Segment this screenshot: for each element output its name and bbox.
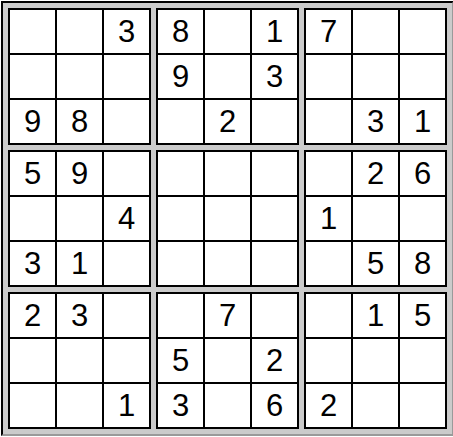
cell-r3c2: 8 xyxy=(57,100,102,143)
sudoku-board: 39881932731594312615823175236152 xyxy=(1,1,453,436)
box-1-3: 731 xyxy=(304,8,447,145)
cell-r5c5[interactable] xyxy=(205,197,250,240)
cell-r8c2[interactable] xyxy=(57,339,102,382)
cell-r3c3[interactable] xyxy=(104,100,149,143)
cell-r8c9[interactable] xyxy=(400,339,445,382)
cell-r8c6: 2 xyxy=(252,339,297,382)
cell-r5c3: 4 xyxy=(104,197,149,240)
cell-r7c3[interactable] xyxy=(104,294,149,337)
cell-r6c9: 8 xyxy=(400,242,445,285)
cell-r3c1: 9 xyxy=(10,100,55,143)
cell-r3c7[interactable] xyxy=(306,100,351,143)
cell-r5c6[interactable] xyxy=(252,197,297,240)
cell-r4c5[interactable] xyxy=(205,152,250,195)
cell-r4c7[interactable] xyxy=(306,152,351,195)
cell-r6c2: 1 xyxy=(57,242,102,285)
cell-r8c1[interactable] xyxy=(10,339,55,382)
sudoku-board-frame: 39881932731594312615823175236152 xyxy=(1,1,453,436)
cell-r1c5[interactable] xyxy=(205,10,250,53)
cell-r9c3: 1 xyxy=(104,384,149,427)
cell-r5c2[interactable] xyxy=(57,197,102,240)
cell-r9c5[interactable] xyxy=(205,384,250,427)
box-1-1: 398 xyxy=(8,8,151,145)
cell-r1c1[interactable] xyxy=(10,10,55,53)
cell-r3c6[interactable] xyxy=(252,100,297,143)
box-2-2 xyxy=(156,150,299,287)
cell-r9c8[interactable] xyxy=(353,384,398,427)
cell-r2c9[interactable] xyxy=(400,55,445,98)
box-3-2: 75236 xyxy=(156,292,299,429)
cell-r8c7[interactable] xyxy=(306,339,351,382)
cell-r8c8[interactable] xyxy=(353,339,398,382)
cell-r5c8[interactable] xyxy=(353,197,398,240)
cell-r9c4: 3 xyxy=(158,384,203,427)
cell-r1c2[interactable] xyxy=(57,10,102,53)
cell-r3c4[interactable] xyxy=(158,100,203,143)
cell-r2c5[interactable] xyxy=(205,55,250,98)
cell-r5c4[interactable] xyxy=(158,197,203,240)
cell-r5c1[interactable] xyxy=(10,197,55,240)
cell-r2c3[interactable] xyxy=(104,55,149,98)
cell-r9c2[interactable] xyxy=(57,384,102,427)
box-2-3: 26158 xyxy=(304,150,447,287)
cell-r2c8[interactable] xyxy=(353,55,398,98)
cell-r4c9: 6 xyxy=(400,152,445,195)
cell-r6c8: 5 xyxy=(353,242,398,285)
cell-r3c5: 2 xyxy=(205,100,250,143)
cell-r4c2: 9 xyxy=(57,152,102,195)
cell-r4c1: 5 xyxy=(10,152,55,195)
box-3-1: 231 xyxy=(8,292,151,429)
cell-r6c4[interactable] xyxy=(158,242,203,285)
cell-r2c6: 3 xyxy=(252,55,297,98)
box-3-3: 152 xyxy=(304,292,447,429)
cell-r7c5: 7 xyxy=(205,294,250,337)
cell-r8c4: 5 xyxy=(158,339,203,382)
cell-r3c8: 3 xyxy=(353,100,398,143)
cell-r9c1[interactable] xyxy=(10,384,55,427)
cell-r6c3[interactable] xyxy=(104,242,149,285)
cell-r4c8: 2 xyxy=(353,152,398,195)
cell-r7c7[interactable] xyxy=(306,294,351,337)
cell-r7c4[interactable] xyxy=(158,294,203,337)
box-2-1: 59431 xyxy=(8,150,151,287)
cell-r7c8: 1 xyxy=(353,294,398,337)
cell-r1c3: 3 xyxy=(104,10,149,53)
cell-r4c6[interactable] xyxy=(252,152,297,195)
cell-r6c1: 3 xyxy=(10,242,55,285)
cell-r1c9[interactable] xyxy=(400,10,445,53)
cell-r7c6[interactable] xyxy=(252,294,297,337)
cell-r5c7: 1 xyxy=(306,197,351,240)
cell-r6c5[interactable] xyxy=(205,242,250,285)
cell-r2c1[interactable] xyxy=(10,55,55,98)
cell-r9c9[interactable] xyxy=(400,384,445,427)
cell-r6c7[interactable] xyxy=(306,242,351,285)
cell-r4c3[interactable] xyxy=(104,152,149,195)
cell-r8c3[interactable] xyxy=(104,339,149,382)
cell-r7c2: 3 xyxy=(57,294,102,337)
cell-r9c6: 6 xyxy=(252,384,297,427)
cell-r2c7[interactable] xyxy=(306,55,351,98)
cell-r1c4: 8 xyxy=(158,10,203,53)
cell-r1c7: 7 xyxy=(306,10,351,53)
cell-r2c2[interactable] xyxy=(57,55,102,98)
cell-r8c5[interactable] xyxy=(205,339,250,382)
cell-r1c6: 1 xyxy=(252,10,297,53)
cell-r4c4[interactable] xyxy=(158,152,203,195)
cell-r6c6[interactable] xyxy=(252,242,297,285)
cell-r2c4: 9 xyxy=(158,55,203,98)
cell-r3c9: 1 xyxy=(400,100,445,143)
cell-r7c1: 2 xyxy=(10,294,55,337)
box-1-2: 81932 xyxy=(156,8,299,145)
cell-r7c9: 5 xyxy=(400,294,445,337)
cell-r1c8[interactable] xyxy=(353,10,398,53)
cell-r5c9[interactable] xyxy=(400,197,445,240)
cell-r9c7: 2 xyxy=(306,384,351,427)
